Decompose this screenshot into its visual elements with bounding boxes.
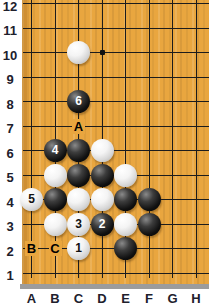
stone-black-E2[interactable] [114, 237, 137, 260]
move-number-2: 2 [99, 213, 106, 236]
move-number-1: 1 [75, 237, 82, 260]
grid-line-col-H [196, 0, 197, 278]
point-label-C-B2[interactable]: C [49, 241, 62, 256]
row-coordinate-3: 3 [0, 219, 20, 235]
stone-black-D5[interactable] [91, 164, 114, 187]
grid-line-row-11 [23, 28, 209, 29]
grid-line-row-1 [23, 273, 209, 274]
row-coordinate-5: 5 [0, 170, 20, 186]
column-coordinate-G: G [163, 291, 183, 307]
stone-black-C6[interactable] [67, 139, 90, 162]
stone-white-E3[interactable] [114, 213, 137, 236]
stone-white-D6[interactable] [91, 139, 114, 162]
stone-white-D4[interactable] [91, 188, 114, 211]
stone-white-C10[interactable] [67, 41, 90, 64]
move-number-5: 5 [28, 188, 35, 211]
stone-white-B5[interactable] [44, 164, 67, 187]
stone-black-B6[interactable]: 4 [44, 139, 67, 162]
grid-line-col-F [149, 0, 150, 278]
row-coordinate-2: 2 [0, 244, 20, 260]
stone-black-F4[interactable] [138, 188, 161, 211]
point-label-A-C7[interactable]: A [72, 119, 85, 134]
move-number-3: 3 [75, 213, 82, 236]
board-shadow [20, 284, 209, 289]
point-label-B-A2[interactable]: B [25, 241, 38, 256]
row-coordinate-6: 6 [0, 146, 20, 162]
grid-line-row-8 [23, 101, 209, 102]
star-point-D10 [100, 50, 105, 55]
row-coordinate-9: 9 [0, 72, 20, 88]
move-number-4: 4 [52, 139, 59, 162]
grid-line-col-G [172, 0, 173, 278]
stone-black-C5[interactable] [67, 164, 90, 187]
grid-line-row-7 [23, 126, 209, 127]
stone-white-C3[interactable]: 3 [67, 213, 90, 236]
grid-line-row-9 [23, 77, 209, 78]
stone-white-C2[interactable]: 1 [67, 237, 90, 260]
grid-line-col-E [125, 0, 126, 278]
column-coordinate-E: E [116, 291, 136, 307]
row-coordinate-4: 4 [0, 195, 20, 211]
stone-black-E4[interactable] [114, 188, 137, 211]
column-coordinate-B: B [45, 291, 65, 307]
stone-white-A4[interactable]: 5 [20, 188, 43, 211]
column-coordinate-D: D [92, 291, 112, 307]
column-coordinate-C: C [69, 291, 89, 307]
grid-line-row-10 [23, 52, 209, 53]
stone-white-E5[interactable] [114, 164, 137, 187]
column-coordinate-H: H [186, 291, 206, 307]
column-coordinate-A: A [22, 291, 42, 307]
stone-black-D3[interactable]: 2 [91, 213, 114, 236]
row-coordinate-10: 10 [0, 48, 20, 64]
stone-white-C4[interactable] [67, 188, 90, 211]
stone-black-B4[interactable] [44, 188, 67, 211]
row-coordinate-12: 12 [0, 0, 20, 15]
row-coordinate-8: 8 [0, 97, 20, 113]
grid-line-col-A [31, 0, 32, 278]
stone-white-B3[interactable] [44, 213, 67, 236]
stone-black-F3[interactable] [138, 213, 161, 236]
grid-line-row-12 [23, 3, 209, 4]
go-board[interactable]: 642531ABC [22, 0, 209, 284]
row-coordinate-11: 11 [0, 23, 20, 39]
move-number-6: 6 [75, 90, 82, 113]
go-diagram: 642531ABC 121110987654321 ABCDEFGH [0, 0, 209, 308]
row-coordinate-7: 7 [0, 121, 20, 137]
column-coordinate-F: F [139, 291, 159, 307]
stone-black-C8[interactable]: 6 [67, 90, 90, 113]
row-coordinate-1: 1 [0, 268, 20, 284]
